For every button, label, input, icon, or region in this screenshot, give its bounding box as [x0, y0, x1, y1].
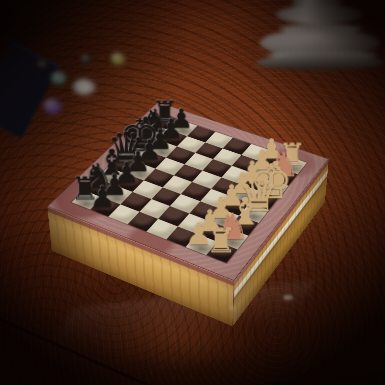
chess-set-scene: ♜♟♟♜♞♟♟♞♝♟♟♝♚♟♟♚♛♟♟♛♝♟♟♝♞♟♟♞♜♟♟♜ — [0, 0, 385, 385]
wooden-chess-box: ♜♟♟♜♞♟♟♞♝♟♟♝♚♟♟♚♛♟♟♛♝♟♟♝♞♟♟♞♜♟♟♜ — [47, 102, 329, 281]
piece-shadow — [95, 170, 125, 188]
highlight-glint — [283, 295, 293, 300]
square-e4 — [192, 170, 221, 188]
highlight-glint — [229, 306, 235, 310]
piece-shadow — [205, 245, 238, 266]
